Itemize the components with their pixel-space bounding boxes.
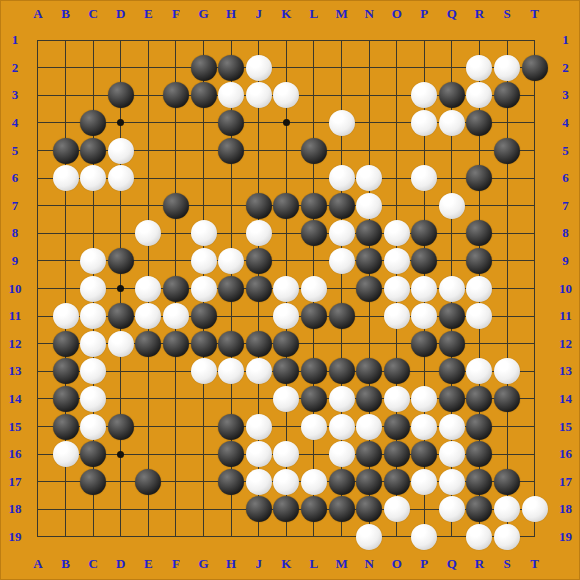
intersection-O3[interactable] [383,82,411,110]
intersection-N12[interactable] [355,330,383,358]
intersection-M6[interactable] [328,164,356,192]
intersection-T13[interactable] [521,358,549,386]
intersection-F18[interactable] [162,495,190,523]
intersection-A19[interactable] [24,523,52,551]
intersection-O15[interactable] [383,413,411,441]
intersection-D15[interactable] [107,413,135,441]
intersection-T16[interactable] [521,440,549,468]
intersection-A15[interactable] [24,413,52,441]
intersection-J10[interactable] [245,275,273,303]
intersection-E2[interactable] [135,54,163,82]
intersection-T5[interactable] [521,137,549,165]
intersection-Q12[interactable] [438,330,466,358]
intersection-K4[interactable] [273,109,301,137]
intersection-N5[interactable] [355,137,383,165]
intersection-N15[interactable] [355,413,383,441]
intersection-O18[interactable] [383,495,411,523]
intersection-L9[interactable] [300,247,328,275]
intersection-Q5[interactable] [438,137,466,165]
intersection-S2[interactable] [493,54,521,82]
intersection-T3[interactable] [521,82,549,110]
intersection-N16[interactable] [355,440,383,468]
intersection-M5[interactable] [328,137,356,165]
intersection-H13[interactable] [217,358,245,386]
intersection-M10[interactable] [328,275,356,303]
intersection-C14[interactable] [79,385,107,413]
intersection-J18[interactable] [245,495,273,523]
intersection-E14[interactable] [135,385,163,413]
intersection-L14[interactable] [300,385,328,413]
intersection-M7[interactable] [328,192,356,220]
intersection-H14[interactable] [217,385,245,413]
intersection-M2[interactable] [328,54,356,82]
intersection-K2[interactable] [273,54,301,82]
intersection-B10[interactable] [52,275,80,303]
intersection-J6[interactable] [245,164,273,192]
intersection-N8[interactable] [355,220,383,248]
intersection-D16[interactable] [107,440,135,468]
intersection-B15[interactable] [52,413,80,441]
intersection-L12[interactable] [300,330,328,358]
intersection-R2[interactable] [466,54,494,82]
intersection-T8[interactable] [521,220,549,248]
intersection-T14[interactable] [521,385,549,413]
intersection-G7[interactable] [190,192,218,220]
intersection-P15[interactable] [411,413,439,441]
intersection-P12[interactable] [411,330,439,358]
intersection-H7[interactable] [217,192,245,220]
intersection-P11[interactable] [411,302,439,330]
intersection-M11[interactable] [328,302,356,330]
intersection-K1[interactable] [273,26,301,54]
intersection-G11[interactable] [190,302,218,330]
intersection-H16[interactable] [217,440,245,468]
intersection-A5[interactable] [24,137,52,165]
intersection-Q18[interactable] [438,495,466,523]
intersection-F16[interactable] [162,440,190,468]
intersection-C18[interactable] [79,495,107,523]
intersection-E9[interactable] [135,247,163,275]
intersection-S6[interactable] [493,164,521,192]
intersection-F17[interactable] [162,468,190,496]
intersection-G2[interactable] [190,54,218,82]
intersection-D7[interactable] [107,192,135,220]
intersection-K13[interactable] [273,358,301,386]
intersection-O16[interactable] [383,440,411,468]
intersection-Q19[interactable] [438,523,466,551]
intersection-E17[interactable] [135,468,163,496]
intersection-P14[interactable] [411,385,439,413]
intersection-H18[interactable] [217,495,245,523]
intersection-J5[interactable] [245,137,273,165]
intersection-J8[interactable] [245,220,273,248]
intersection-P1[interactable] [411,26,439,54]
intersection-A1[interactable] [24,26,52,54]
intersection-B19[interactable] [52,523,80,551]
intersection-H17[interactable] [217,468,245,496]
intersection-R3[interactable] [466,82,494,110]
intersection-K12[interactable] [273,330,301,358]
intersection-N14[interactable] [355,385,383,413]
intersection-T6[interactable] [521,164,549,192]
intersection-O10[interactable] [383,275,411,303]
intersection-A2[interactable] [24,54,52,82]
intersection-D12[interactable] [107,330,135,358]
intersection-O9[interactable] [383,247,411,275]
intersection-J11[interactable] [245,302,273,330]
intersection-D11[interactable] [107,302,135,330]
intersection-B14[interactable] [52,385,80,413]
intersection-A12[interactable] [24,330,52,358]
intersection-E6[interactable] [135,164,163,192]
intersection-Q14[interactable] [438,385,466,413]
intersection-P9[interactable] [411,247,439,275]
intersection-B13[interactable] [52,358,80,386]
intersection-A10[interactable] [24,275,52,303]
intersection-T7[interactable] [521,192,549,220]
intersection-N19[interactable] [355,523,383,551]
intersection-G16[interactable] [190,440,218,468]
intersection-M1[interactable] [328,26,356,54]
intersection-K7[interactable] [273,192,301,220]
intersection-M15[interactable] [328,413,356,441]
intersection-F11[interactable] [162,302,190,330]
intersection-Q15[interactable] [438,413,466,441]
intersection-D10[interactable] [107,275,135,303]
intersection-O7[interactable] [383,192,411,220]
intersection-G5[interactable] [190,137,218,165]
intersection-B7[interactable] [52,192,80,220]
intersection-R15[interactable] [466,413,494,441]
intersection-K11[interactable] [273,302,301,330]
intersection-A6[interactable] [24,164,52,192]
intersection-R4[interactable] [466,109,494,137]
intersection-O13[interactable] [383,358,411,386]
intersection-H6[interactable] [217,164,245,192]
intersection-M9[interactable] [328,247,356,275]
intersection-C11[interactable] [79,302,107,330]
intersection-H15[interactable] [217,413,245,441]
intersection-L7[interactable] [300,192,328,220]
intersection-O12[interactable] [383,330,411,358]
intersection-K14[interactable] [273,385,301,413]
intersection-C3[interactable] [79,82,107,110]
intersection-E8[interactable] [135,220,163,248]
intersection-R5[interactable] [466,137,494,165]
intersection-L3[interactable] [300,82,328,110]
intersection-P19[interactable] [411,523,439,551]
intersection-N4[interactable] [355,109,383,137]
intersection-D14[interactable] [107,385,135,413]
intersection-G9[interactable] [190,247,218,275]
intersection-S4[interactable] [493,109,521,137]
intersection-L13[interactable] [300,358,328,386]
intersection-H9[interactable] [217,247,245,275]
intersection-H5[interactable] [217,137,245,165]
intersection-K15[interactable] [273,413,301,441]
intersection-B4[interactable] [52,109,80,137]
intersection-A4[interactable] [24,109,52,137]
intersection-D8[interactable] [107,220,135,248]
intersection-E19[interactable] [135,523,163,551]
intersection-M13[interactable] [328,358,356,386]
intersection-G15[interactable] [190,413,218,441]
intersection-P6[interactable] [411,164,439,192]
intersection-L5[interactable] [300,137,328,165]
intersection-J14[interactable] [245,385,273,413]
intersection-T18[interactable] [521,495,549,523]
intersection-A9[interactable] [24,247,52,275]
intersection-F10[interactable] [162,275,190,303]
intersection-F1[interactable] [162,26,190,54]
intersection-B12[interactable] [52,330,80,358]
intersection-C9[interactable] [79,247,107,275]
intersection-E12[interactable] [135,330,163,358]
intersection-F4[interactable] [162,109,190,137]
intersection-H10[interactable] [217,275,245,303]
intersection-C10[interactable] [79,275,107,303]
intersection-F5[interactable] [162,137,190,165]
intersection-R16[interactable] [466,440,494,468]
intersection-F14[interactable] [162,385,190,413]
intersection-S18[interactable] [493,495,521,523]
intersection-A7[interactable] [24,192,52,220]
intersection-D3[interactable] [107,82,135,110]
intersection-A18[interactable] [24,495,52,523]
intersection-O11[interactable] [383,302,411,330]
intersection-Q16[interactable] [438,440,466,468]
intersection-E5[interactable] [135,137,163,165]
intersection-J1[interactable] [245,26,273,54]
intersection-P18[interactable] [411,495,439,523]
intersection-L16[interactable] [300,440,328,468]
intersection-D18[interactable] [107,495,135,523]
intersection-B18[interactable] [52,495,80,523]
intersection-A16[interactable] [24,440,52,468]
intersection-R10[interactable] [466,275,494,303]
intersection-M19[interactable] [328,523,356,551]
intersection-C7[interactable] [79,192,107,220]
intersection-A17[interactable] [24,468,52,496]
intersection-D6[interactable] [107,164,135,192]
intersection-C2[interactable] [79,54,107,82]
intersection-P5[interactable] [411,137,439,165]
intersection-L11[interactable] [300,302,328,330]
intersection-D17[interactable] [107,468,135,496]
intersection-G19[interactable] [190,523,218,551]
intersection-R12[interactable] [466,330,494,358]
intersection-N17[interactable] [355,468,383,496]
intersection-E4[interactable] [135,109,163,137]
intersection-C16[interactable] [79,440,107,468]
intersection-P10[interactable] [411,275,439,303]
intersection-G12[interactable] [190,330,218,358]
intersection-R19[interactable] [466,523,494,551]
intersection-S1[interactable] [493,26,521,54]
intersection-E10[interactable] [135,275,163,303]
intersection-A14[interactable] [24,385,52,413]
intersection-O5[interactable] [383,137,411,165]
intersection-D9[interactable] [107,247,135,275]
intersection-J2[interactable] [245,54,273,82]
intersection-J9[interactable] [245,247,273,275]
intersection-F7[interactable] [162,192,190,220]
intersection-F8[interactable] [162,220,190,248]
intersection-L1[interactable] [300,26,328,54]
intersection-T1[interactable] [521,26,549,54]
intersection-L17[interactable] [300,468,328,496]
intersection-S15[interactable] [493,413,521,441]
intersection-J19[interactable] [245,523,273,551]
intersection-J16[interactable] [245,440,273,468]
intersection-Q1[interactable] [438,26,466,54]
intersection-N1[interactable] [355,26,383,54]
intersection-T11[interactable] [521,302,549,330]
intersection-N3[interactable] [355,82,383,110]
intersection-A11[interactable] [24,302,52,330]
intersection-J7[interactable] [245,192,273,220]
intersection-K5[interactable] [273,137,301,165]
intersection-Q4[interactable] [438,109,466,137]
intersection-S19[interactable] [493,523,521,551]
intersection-L4[interactable] [300,109,328,137]
intersection-T19[interactable] [521,523,549,551]
intersection-D19[interactable] [107,523,135,551]
intersection-D13[interactable] [107,358,135,386]
intersection-N13[interactable] [355,358,383,386]
intersection-R17[interactable] [466,468,494,496]
intersection-P8[interactable] [411,220,439,248]
intersection-Q11[interactable] [438,302,466,330]
intersection-T12[interactable] [521,330,549,358]
intersection-F3[interactable] [162,82,190,110]
intersection-E15[interactable] [135,413,163,441]
intersection-M12[interactable] [328,330,356,358]
intersection-K17[interactable] [273,468,301,496]
intersection-H4[interactable] [217,109,245,137]
intersection-B5[interactable] [52,137,80,165]
intersection-D5[interactable] [107,137,135,165]
intersection-O8[interactable] [383,220,411,248]
intersection-C12[interactable] [79,330,107,358]
intersection-J15[interactable] [245,413,273,441]
intersection-G3[interactable] [190,82,218,110]
intersection-K3[interactable] [273,82,301,110]
intersection-T10[interactable] [521,275,549,303]
intersection-E7[interactable] [135,192,163,220]
intersection-O19[interactable] [383,523,411,551]
intersection-N2[interactable] [355,54,383,82]
intersection-G17[interactable] [190,468,218,496]
intersection-Q13[interactable] [438,358,466,386]
intersection-M14[interactable] [328,385,356,413]
intersection-D4[interactable] [107,109,135,137]
intersection-E16[interactable] [135,440,163,468]
intersection-A3[interactable] [24,82,52,110]
intersection-N6[interactable] [355,164,383,192]
intersection-C5[interactable] [79,137,107,165]
intersection-O1[interactable] [383,26,411,54]
intersection-C4[interactable] [79,109,107,137]
intersection-F2[interactable] [162,54,190,82]
intersection-L19[interactable] [300,523,328,551]
intersection-G14[interactable] [190,385,218,413]
intersection-R18[interactable] [466,495,494,523]
intersection-C6[interactable] [79,164,107,192]
intersection-S17[interactable] [493,468,521,496]
intersection-B8[interactable] [52,220,80,248]
intersection-P3[interactable] [411,82,439,110]
intersection-E18[interactable] [135,495,163,523]
intersection-R9[interactable] [466,247,494,275]
intersection-F15[interactable] [162,413,190,441]
intersection-J3[interactable] [245,82,273,110]
intersection-E13[interactable] [135,358,163,386]
intersection-L15[interactable] [300,413,328,441]
intersection-T17[interactable] [521,468,549,496]
intersection-G10[interactable] [190,275,218,303]
intersection-K8[interactable] [273,220,301,248]
intersection-D2[interactable] [107,54,135,82]
intersection-O2[interactable] [383,54,411,82]
intersection-G13[interactable] [190,358,218,386]
intersection-Q10[interactable] [438,275,466,303]
intersection-M18[interactable] [328,495,356,523]
intersection-H19[interactable] [217,523,245,551]
intersection-Q8[interactable] [438,220,466,248]
intersection-C17[interactable] [79,468,107,496]
intersection-H11[interactable] [217,302,245,330]
intersection-E1[interactable] [135,26,163,54]
intersection-B6[interactable] [52,164,80,192]
intersection-G1[interactable] [190,26,218,54]
intersection-H1[interactable] [217,26,245,54]
intersection-S9[interactable] [493,247,521,275]
intersection-T2[interactable] [521,54,549,82]
intersection-P13[interactable] [411,358,439,386]
intersection-J4[interactable] [245,109,273,137]
intersection-S8[interactable] [493,220,521,248]
intersection-C8[interactable] [79,220,107,248]
intersection-G6[interactable] [190,164,218,192]
intersection-M16[interactable] [328,440,356,468]
intersection-F6[interactable] [162,164,190,192]
intersection-R8[interactable] [466,220,494,248]
intersection-O14[interactable] [383,385,411,413]
intersection-B17[interactable] [52,468,80,496]
intersection-S13[interactable] [493,358,521,386]
intersection-C15[interactable] [79,413,107,441]
intersection-L8[interactable] [300,220,328,248]
intersection-M3[interactable] [328,82,356,110]
intersection-N10[interactable] [355,275,383,303]
intersection-T15[interactable] [521,413,549,441]
intersection-J17[interactable] [245,468,273,496]
intersection-F9[interactable] [162,247,190,275]
intersection-F12[interactable] [162,330,190,358]
intersection-N11[interactable] [355,302,383,330]
intersection-K10[interactable] [273,275,301,303]
intersection-E3[interactable] [135,82,163,110]
intersection-L2[interactable] [300,54,328,82]
intersection-P7[interactable] [411,192,439,220]
intersection-G18[interactable] [190,495,218,523]
intersection-R11[interactable] [466,302,494,330]
intersection-Q7[interactable] [438,192,466,220]
intersection-B16[interactable] [52,440,80,468]
intersection-P16[interactable] [411,440,439,468]
intersection-Q2[interactable] [438,54,466,82]
